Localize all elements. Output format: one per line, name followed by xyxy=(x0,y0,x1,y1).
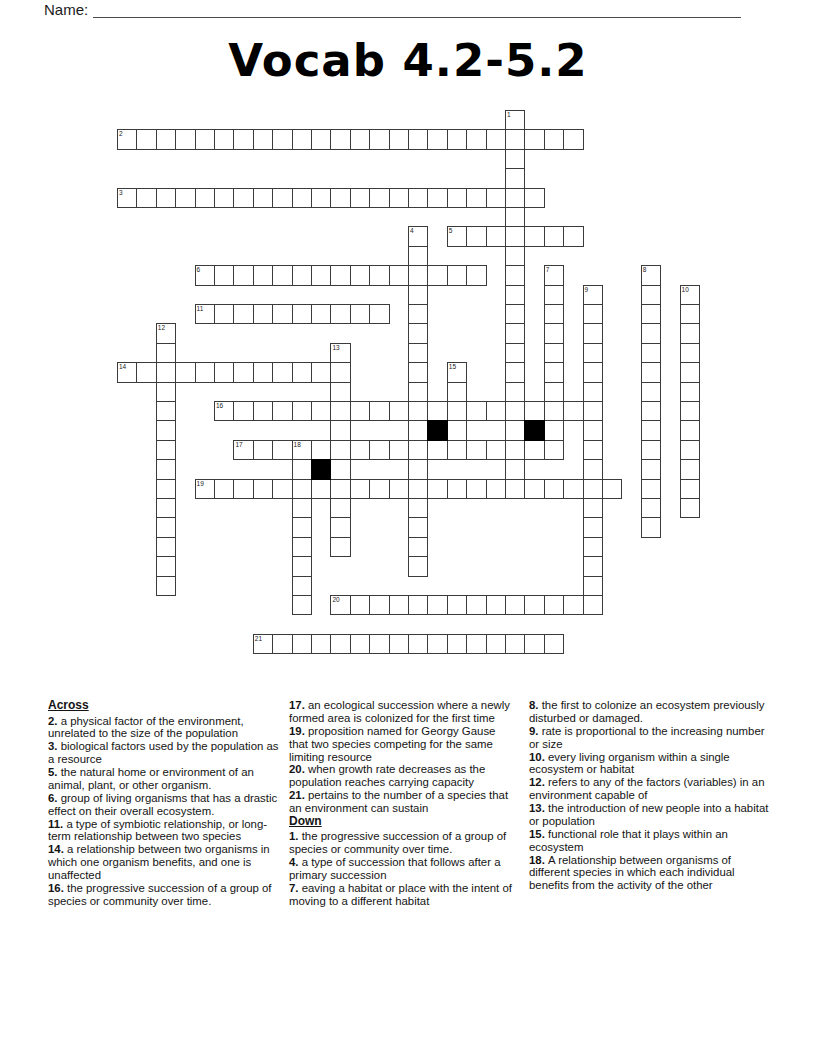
grid-cell[interactable] xyxy=(544,323,564,343)
grid-cell[interactable] xyxy=(272,129,292,149)
grid-cell[interactable] xyxy=(505,149,525,169)
grid-cell[interactable] xyxy=(214,479,234,499)
grid-cell[interactable]: 17 xyxy=(233,440,253,460)
grid-cell[interactable] xyxy=(136,362,156,382)
grid-cell[interactable] xyxy=(583,537,603,557)
grid-cell[interactable] xyxy=(330,362,350,382)
grid-cell[interactable] xyxy=(156,343,176,363)
grid-cell[interactable] xyxy=(544,226,564,246)
grid-cell[interactable] xyxy=(292,129,312,149)
grid-cell[interactable] xyxy=(233,188,253,208)
grid-cell[interactable] xyxy=(447,440,467,460)
grid-cell[interactable] xyxy=(175,129,195,149)
grid-cell[interactable] xyxy=(389,129,409,149)
grid-cell[interactable] xyxy=(175,362,195,382)
grid-cell[interactable] xyxy=(544,129,564,149)
grid-cell[interactable] xyxy=(505,440,525,460)
grid-cell[interactable] xyxy=(505,304,525,324)
grid-cell[interactable] xyxy=(330,420,350,440)
grid-cell[interactable] xyxy=(253,440,273,460)
grid-cell[interactable]: 6 xyxy=(195,265,215,285)
grid-cell[interactable]: 20 xyxy=(330,595,350,615)
grid-cell[interactable] xyxy=(408,537,428,557)
grid-cell[interactable] xyxy=(641,420,661,440)
grid-cell[interactable] xyxy=(408,343,428,363)
grid-cell[interactable] xyxy=(292,479,312,499)
grid-cell[interactable]: 4 xyxy=(408,226,428,246)
grid-cell[interactable] xyxy=(524,129,544,149)
grid-cell[interactable] xyxy=(330,265,350,285)
grid-cell[interactable] xyxy=(563,479,583,499)
grid-cell[interactable] xyxy=(272,362,292,382)
grid-cell[interactable] xyxy=(350,129,370,149)
grid-cell[interactable] xyxy=(447,634,467,654)
grid-cell[interactable] xyxy=(253,265,273,285)
grid-cell[interactable] xyxy=(486,479,506,499)
grid-cell[interactable]: 2 xyxy=(117,129,137,149)
grid-cell[interactable] xyxy=(195,188,215,208)
grid-cell[interactable] xyxy=(505,362,525,382)
grid-cell[interactable] xyxy=(427,440,447,460)
grid-cell[interactable] xyxy=(330,129,350,149)
grid-cell[interactable] xyxy=(330,188,350,208)
grid-cell[interactable] xyxy=(156,479,176,499)
grid-cell[interactable] xyxy=(544,343,564,363)
grid-cell[interactable] xyxy=(641,304,661,324)
clue: 20. when growth rate decreases as the po… xyxy=(289,763,517,789)
grid-cell[interactable] xyxy=(350,440,370,460)
grid-cell[interactable] xyxy=(408,517,428,537)
grid-cell[interactable] xyxy=(369,188,389,208)
grid-cell[interactable] xyxy=(544,362,564,382)
grid-cell[interactable] xyxy=(408,440,428,460)
grid-cell[interactable] xyxy=(350,595,370,615)
grid-cell[interactable] xyxy=(253,362,273,382)
grid-cell[interactable] xyxy=(486,226,506,246)
grid-cell[interactable] xyxy=(447,420,467,440)
grid-cell[interactable] xyxy=(680,479,700,499)
grid-cell[interactable] xyxy=(505,595,525,615)
grid-cell[interactable] xyxy=(544,479,564,499)
grid-cell[interactable] xyxy=(408,265,428,285)
clue: 11. a type of symbiotic relationship, or… xyxy=(48,818,286,844)
grid-cell[interactable] xyxy=(505,343,525,363)
grid-cell[interactable] xyxy=(544,634,564,654)
grid-cell[interactable] xyxy=(233,129,253,149)
grid-cell[interactable] xyxy=(408,304,428,324)
grid-cell[interactable] xyxy=(641,440,661,460)
grid-cell[interactable] xyxy=(311,188,331,208)
grid-cell[interactable] xyxy=(544,285,564,305)
grid-cell[interactable] xyxy=(544,382,564,402)
grid-cell[interactable] xyxy=(583,517,603,537)
grid-cell[interactable] xyxy=(156,188,176,208)
grid-cell[interactable] xyxy=(311,634,331,654)
grid-cell[interactable] xyxy=(505,188,525,208)
grid-cell[interactable] xyxy=(583,556,603,576)
grid-cell[interactable] xyxy=(641,343,661,363)
grid-cell[interactable] xyxy=(272,479,292,499)
grid-cell[interactable] xyxy=(156,459,176,479)
grid-cell[interactable] xyxy=(583,343,603,363)
grid-cell[interactable] xyxy=(641,362,661,382)
grid-cell[interactable] xyxy=(563,401,583,421)
grid-cell[interactable] xyxy=(505,207,525,227)
grid-cell[interactable] xyxy=(156,537,176,557)
grid-cell[interactable] xyxy=(505,129,525,149)
grid-cell[interactable] xyxy=(292,576,312,596)
grid-cell[interactable] xyxy=(447,188,467,208)
grid-cell[interactable] xyxy=(505,168,525,188)
grid-cell[interactable] xyxy=(680,401,700,421)
grid-cell[interactable] xyxy=(505,634,525,654)
grid-cell[interactable] xyxy=(427,401,447,421)
grid-cell[interactable] xyxy=(408,323,428,343)
grid-cell[interactable] xyxy=(641,285,661,305)
grid-cell[interactable] xyxy=(505,479,525,499)
grid-cell[interactable] xyxy=(544,595,564,615)
clue: 12. refers to any of the factors (variab… xyxy=(529,776,772,802)
grid-cell[interactable]: 21 xyxy=(253,634,273,654)
grid-cell[interactable] xyxy=(583,323,603,343)
grid-cell[interactable] xyxy=(680,440,700,460)
grid-cell[interactable] xyxy=(214,362,234,382)
grid-cell[interactable] xyxy=(680,343,700,363)
grid-cell[interactable] xyxy=(408,382,428,402)
grid-cell[interactable] xyxy=(311,401,331,421)
grid-cell[interactable] xyxy=(427,129,447,149)
grid-cell[interactable] xyxy=(427,595,447,615)
grid-cell[interactable] xyxy=(292,459,312,479)
grid-cell[interactable]: 1 xyxy=(505,110,525,130)
grid-cell[interactable] xyxy=(389,188,409,208)
grid-cell[interactable] xyxy=(330,382,350,402)
grid-cell[interactable] xyxy=(156,517,176,537)
grid-cell[interactable]: 3 xyxy=(117,188,137,208)
grid-cell[interactable] xyxy=(447,129,467,149)
grid-cell[interactable] xyxy=(330,304,350,324)
grid-cell[interactable] xyxy=(292,537,312,557)
grid-cell[interactable] xyxy=(156,401,176,421)
grid-cell[interactable]: 15 xyxy=(447,362,467,382)
grid-cell[interactable] xyxy=(680,304,700,324)
grid-cell[interactable]: 8 xyxy=(641,265,661,285)
grid-cell[interactable] xyxy=(233,362,253,382)
grid-cell[interactable] xyxy=(330,517,350,537)
grid-cell[interactable] xyxy=(253,129,273,149)
grid-cell[interactable] xyxy=(350,265,370,285)
grid-cell[interactable] xyxy=(272,401,292,421)
grid-cell[interactable] xyxy=(156,556,176,576)
grid-cell[interactable] xyxy=(524,226,544,246)
worksheet-page: { "header": { "name_label": "Name:" }, "… xyxy=(0,0,816,1056)
grid-cell[interactable] xyxy=(466,129,486,149)
grid-cell[interactable] xyxy=(466,401,486,421)
grid-cell[interactable] xyxy=(369,401,389,421)
grid-cell[interactable]: 16 xyxy=(214,401,234,421)
grid-cell[interactable] xyxy=(680,420,700,440)
grid-cell[interactable]: 12 xyxy=(156,323,176,343)
grid-cell[interactable] xyxy=(292,498,312,518)
grid-cell[interactable] xyxy=(253,479,273,499)
grid-cell[interactable] xyxy=(583,420,603,440)
grid-cell[interactable] xyxy=(486,188,506,208)
grid-cell[interactable] xyxy=(233,265,253,285)
grid-cell[interactable] xyxy=(389,634,409,654)
grid-cell[interactable]: 9 xyxy=(583,285,603,305)
grid-cell[interactable] xyxy=(427,188,447,208)
grid-cell[interactable] xyxy=(641,323,661,343)
grid-cell[interactable] xyxy=(350,304,370,324)
grid-cell[interactable]: 11 xyxy=(195,304,215,324)
grid-cell[interactable] xyxy=(272,265,292,285)
grid-cell[interactable] xyxy=(214,129,234,149)
grid-cell[interactable] xyxy=(505,382,525,402)
grid-cell[interactable] xyxy=(136,129,156,149)
grid-cell[interactable] xyxy=(641,479,661,499)
grid-cell[interactable] xyxy=(524,595,544,615)
grid-cell[interactable] xyxy=(408,401,428,421)
grid-cell[interactable] xyxy=(505,226,525,246)
grid-cell[interactable] xyxy=(369,440,389,460)
grid-cell[interactable] xyxy=(524,401,544,421)
grid-cell[interactable] xyxy=(311,265,331,285)
grid-cell[interactable] xyxy=(330,634,350,654)
grid-cell[interactable] xyxy=(389,265,409,285)
grid-cell[interactable] xyxy=(156,420,176,440)
grid-cell[interactable] xyxy=(505,285,525,305)
grid-cell[interactable] xyxy=(447,265,467,285)
clue: 8. the first to colonize an ecosystem pr… xyxy=(529,699,772,725)
grid-cell[interactable] xyxy=(544,440,564,460)
grid-cell[interactable] xyxy=(369,479,389,499)
grid-cell[interactable] xyxy=(680,498,700,518)
grid-cell[interactable] xyxy=(330,498,350,518)
clue-list-header: Down xyxy=(289,815,517,829)
grid-cell[interactable] xyxy=(195,129,215,149)
grid-cell[interactable] xyxy=(583,576,603,596)
grid-cell[interactable] xyxy=(544,304,564,324)
grid-cell[interactable] xyxy=(233,304,253,324)
grid-cell[interactable] xyxy=(427,479,447,499)
grid-cell[interactable] xyxy=(505,459,525,479)
grid-cell[interactable] xyxy=(350,634,370,654)
grid-cell[interactable] xyxy=(214,188,234,208)
grid-cell[interactable] xyxy=(311,479,331,499)
grid-cell[interactable] xyxy=(292,362,312,382)
grid-cell[interactable] xyxy=(524,188,544,208)
grid-cell[interactable] xyxy=(408,595,428,615)
grid-cell[interactable] xyxy=(544,420,564,440)
grid-cell[interactable] xyxy=(466,265,486,285)
grid-cell[interactable] xyxy=(292,401,312,421)
grid-cell[interactable] xyxy=(156,576,176,596)
clue: 17. an ecological succession where a new… xyxy=(289,699,517,725)
grid-cell[interactable] xyxy=(272,634,292,654)
grid-cell[interactable] xyxy=(583,498,603,518)
grid-cell[interactable] xyxy=(233,401,253,421)
grid-cell[interactable] xyxy=(680,382,700,402)
grid-cell[interactable] xyxy=(641,401,661,421)
clue-number: 9 xyxy=(585,286,589,293)
grid-cell[interactable] xyxy=(505,246,525,266)
grid-cell[interactable] xyxy=(408,285,428,305)
grid-cell[interactable] xyxy=(505,265,525,285)
grid-cell[interactable] xyxy=(311,129,331,149)
grid-cell[interactable] xyxy=(156,362,176,382)
grid-cell[interactable] xyxy=(389,440,409,460)
grid-cell[interactable] xyxy=(408,246,428,266)
grid-cell[interactable] xyxy=(447,595,467,615)
grid-cell[interactable] xyxy=(447,401,467,421)
clue: 21. pertains to the number of a species … xyxy=(289,789,517,815)
grid-cell[interactable] xyxy=(330,401,350,421)
grid-cell[interactable] xyxy=(466,440,486,460)
grid-cell[interactable]: 10 xyxy=(680,285,700,305)
grid-cell[interactable] xyxy=(563,595,583,615)
grid-cell[interactable] xyxy=(233,479,253,499)
grid-cell[interactable] xyxy=(272,304,292,324)
grid-cell[interactable] xyxy=(524,634,544,654)
grid-cell[interactable] xyxy=(524,440,544,460)
grid-cell[interactable] xyxy=(408,188,428,208)
grid-cell[interactable] xyxy=(350,401,370,421)
grid-cell[interactable] xyxy=(563,226,583,246)
grid-cell[interactable] xyxy=(156,129,176,149)
grid-cell[interactable] xyxy=(292,304,312,324)
grid-cell[interactable] xyxy=(292,517,312,537)
grid-cell[interactable]: 7 xyxy=(544,265,564,285)
grid-cell[interactable] xyxy=(369,304,389,324)
grid-cell[interactable] xyxy=(272,440,292,460)
grid-cell[interactable] xyxy=(447,479,467,499)
grid-cell[interactable]: 18 xyxy=(292,440,312,460)
black-cell xyxy=(311,459,331,479)
grid-cell[interactable] xyxy=(369,265,389,285)
grid-cell[interactable] xyxy=(408,556,428,576)
clue-number: 17 xyxy=(235,441,242,448)
grid-cell[interactable] xyxy=(486,634,506,654)
grid-cell[interactable] xyxy=(408,129,428,149)
grid-cell[interactable] xyxy=(292,556,312,576)
grid-cell[interactable] xyxy=(408,362,428,382)
grid-cell[interactable] xyxy=(544,401,564,421)
grid-cell[interactable] xyxy=(505,401,525,421)
grid-cell[interactable] xyxy=(389,401,409,421)
grid-cell[interactable] xyxy=(486,595,506,615)
grid-cell[interactable] xyxy=(292,188,312,208)
grid-cell[interactable] xyxy=(641,498,661,518)
grid-cell[interactable] xyxy=(602,479,622,499)
grid-cell[interactable] xyxy=(486,401,506,421)
grid-cell[interactable] xyxy=(369,129,389,149)
grid-cell[interactable] xyxy=(408,634,428,654)
grid-cell[interactable] xyxy=(311,440,331,460)
grid-cell[interactable] xyxy=(369,634,389,654)
grid-cell[interactable] xyxy=(330,479,350,499)
name-label: Name: xyxy=(44,1,88,18)
grid-cell[interactable] xyxy=(583,304,603,324)
grid-cell[interactable] xyxy=(311,362,331,382)
grid-cell[interactable] xyxy=(350,479,370,499)
clue-number: 12 xyxy=(158,324,165,331)
grid-cell[interactable] xyxy=(311,304,331,324)
grid-cell[interactable] xyxy=(563,129,583,149)
grid-cell[interactable] xyxy=(505,420,525,440)
grid-cell[interactable] xyxy=(680,362,700,382)
grid-cell[interactable] xyxy=(389,479,409,499)
grid-cell[interactable] xyxy=(466,634,486,654)
grid-cell[interactable] xyxy=(466,188,486,208)
grid-cell[interactable]: 13 xyxy=(330,343,350,363)
grid-cell[interactable] xyxy=(583,459,603,479)
grid-cell[interactable] xyxy=(350,188,370,208)
grid-cell[interactable] xyxy=(292,595,312,615)
grid-cell[interactable] xyxy=(389,595,409,615)
grid-cell[interactable] xyxy=(583,595,603,615)
grid-cell[interactable] xyxy=(408,459,428,479)
grid-cell[interactable] xyxy=(524,479,544,499)
grid-cell[interactable] xyxy=(641,517,661,537)
grid-cell[interactable]: 5 xyxy=(447,226,467,246)
grid-cell[interactable] xyxy=(330,459,350,479)
grid-cell[interactable] xyxy=(292,265,312,285)
grid-cell[interactable] xyxy=(330,440,350,460)
grid-cell[interactable]: 19 xyxy=(195,479,215,499)
grid-cell[interactable] xyxy=(408,479,428,499)
grid-cell[interactable] xyxy=(583,362,603,382)
grid-cell[interactable] xyxy=(272,188,292,208)
grid-cell[interactable] xyxy=(330,537,350,557)
grid-cell[interactable]: 14 xyxy=(117,362,137,382)
grid-cell[interactable] xyxy=(486,129,506,149)
grid-cell[interactable] xyxy=(641,459,661,479)
grid-cell[interactable] xyxy=(253,188,273,208)
grid-cell[interactable] xyxy=(195,362,215,382)
grid-cell[interactable] xyxy=(427,634,447,654)
clue: 14. a relationship between two organisms… xyxy=(48,843,286,882)
grid-cell[interactable] xyxy=(156,382,176,402)
grid-cell[interactable] xyxy=(680,323,700,343)
grid-cell[interactable] xyxy=(583,382,603,402)
grid-cell[interactable] xyxy=(175,188,195,208)
grid-cell[interactable] xyxy=(408,498,428,518)
grid-cell[interactable] xyxy=(214,265,234,285)
grid-cell[interactable] xyxy=(156,440,176,460)
grid-cell[interactable] xyxy=(486,440,506,460)
grid-cell[interactable] xyxy=(505,323,525,343)
grid-cell[interactable] xyxy=(466,595,486,615)
grid-cell[interactable] xyxy=(369,595,389,615)
grid-cell[interactable] xyxy=(583,401,603,421)
grid-cell[interactable] xyxy=(156,498,176,518)
grid-cell[interactable] xyxy=(447,382,467,402)
grid-cell[interactable] xyxy=(466,226,486,246)
grid-cell[interactable] xyxy=(253,401,273,421)
grid-cell[interactable] xyxy=(292,634,312,654)
grid-cell[interactable] xyxy=(214,304,234,324)
grid-cell[interactable] xyxy=(427,265,447,285)
grid-cell[interactable] xyxy=(680,459,700,479)
grid-cell[interactable] xyxy=(253,304,273,324)
name-blank-line[interactable] xyxy=(93,2,741,18)
grid-cell[interactable] xyxy=(641,382,661,402)
grid-cell[interactable] xyxy=(408,420,428,440)
grid-cell[interactable] xyxy=(136,188,156,208)
grid-cell[interactable] xyxy=(583,479,603,499)
grid-cell[interactable] xyxy=(466,479,486,499)
grid-cell[interactable] xyxy=(583,440,603,460)
